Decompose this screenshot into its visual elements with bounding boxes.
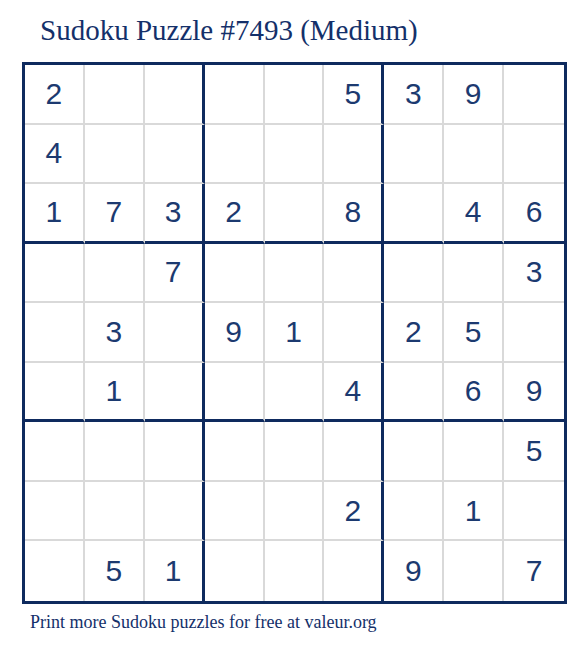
cell-r8c7[interactable] bbox=[384, 482, 444, 542]
cell-r5c2[interactable]: 3 bbox=[85, 303, 145, 363]
cell-r2c1[interactable]: 4 bbox=[25, 125, 85, 185]
cell-r4c3[interactable]: 7 bbox=[145, 244, 205, 304]
page-title: Sudoku Puzzle #7493 (Medium) bbox=[40, 14, 418, 47]
cell-r6c6[interactable]: 4 bbox=[324, 363, 384, 423]
cell-r9c3[interactable]: 1 bbox=[145, 541, 205, 601]
cell-r8c4[interactable] bbox=[205, 482, 265, 542]
cell-r6c2[interactable]: 1 bbox=[85, 363, 145, 423]
cell-r9c9[interactable]: 7 bbox=[504, 541, 564, 601]
cell-r1c8[interactable]: 9 bbox=[444, 65, 504, 125]
cell-r9c1[interactable] bbox=[25, 541, 85, 601]
cell-r2c5[interactable] bbox=[265, 125, 325, 185]
footer-text: Print more Sudoku puzzles for free at va… bbox=[30, 612, 377, 633]
cell-r3c3[interactable]: 3 bbox=[145, 184, 205, 244]
cell-r3c5[interactable] bbox=[265, 184, 325, 244]
cell-r3c7[interactable] bbox=[384, 184, 444, 244]
cell-r1c2[interactable] bbox=[85, 65, 145, 125]
cell-r4c5[interactable] bbox=[265, 244, 325, 304]
cell-r4c8[interactable] bbox=[444, 244, 504, 304]
cell-r8c6[interactable]: 2 bbox=[324, 482, 384, 542]
cell-r5c3[interactable] bbox=[145, 303, 205, 363]
cell-r2c6[interactable] bbox=[324, 125, 384, 185]
cell-r9c5[interactable] bbox=[265, 541, 325, 601]
cell-r5c9[interactable] bbox=[504, 303, 564, 363]
cell-r2c7[interactable] bbox=[384, 125, 444, 185]
cell-r5c5[interactable]: 1 bbox=[265, 303, 325, 363]
cell-r7c2[interactable] bbox=[85, 422, 145, 482]
cell-r1c1[interactable]: 2 bbox=[25, 65, 85, 125]
cell-r2c4[interactable] bbox=[205, 125, 265, 185]
cell-r5c4[interactable]: 9 bbox=[205, 303, 265, 363]
cell-r7c1[interactable] bbox=[25, 422, 85, 482]
cell-r8c2[interactable] bbox=[85, 482, 145, 542]
cell-r2c8[interactable] bbox=[444, 125, 504, 185]
cell-r4c7[interactable] bbox=[384, 244, 444, 304]
cell-r4c6[interactable] bbox=[324, 244, 384, 304]
cell-r6c8[interactable]: 6 bbox=[444, 363, 504, 423]
cell-r8c5[interactable] bbox=[265, 482, 325, 542]
cell-r1c4[interactable] bbox=[205, 65, 265, 125]
cell-r3c9[interactable]: 6 bbox=[504, 184, 564, 244]
sudoku-board: 253941732846733912514695215197 bbox=[22, 62, 567, 604]
cell-r3c4[interactable]: 2 bbox=[205, 184, 265, 244]
cell-r7c9[interactable]: 5 bbox=[504, 422, 564, 482]
cell-r7c6[interactable] bbox=[324, 422, 384, 482]
cell-r6c4[interactable] bbox=[205, 363, 265, 423]
cell-r7c4[interactable] bbox=[205, 422, 265, 482]
cell-r6c9[interactable]: 9 bbox=[504, 363, 564, 423]
cell-r2c9[interactable] bbox=[504, 125, 564, 185]
cell-r3c2[interactable]: 7 bbox=[85, 184, 145, 244]
cell-r5c7[interactable]: 2 bbox=[384, 303, 444, 363]
cell-r4c1[interactable] bbox=[25, 244, 85, 304]
cell-r2c3[interactable] bbox=[145, 125, 205, 185]
cell-r7c8[interactable] bbox=[444, 422, 504, 482]
cell-r3c8[interactable]: 4 bbox=[444, 184, 504, 244]
cell-r7c5[interactable] bbox=[265, 422, 325, 482]
cell-r6c7[interactable] bbox=[384, 363, 444, 423]
cell-r3c1[interactable]: 1 bbox=[25, 184, 85, 244]
cell-r9c6[interactable] bbox=[324, 541, 384, 601]
cell-r1c5[interactable] bbox=[265, 65, 325, 125]
cell-r9c8[interactable] bbox=[444, 541, 504, 601]
cell-r9c2[interactable]: 5 bbox=[85, 541, 145, 601]
cell-r8c1[interactable] bbox=[25, 482, 85, 542]
cell-r5c1[interactable] bbox=[25, 303, 85, 363]
cell-r6c1[interactable] bbox=[25, 363, 85, 423]
cell-r8c8[interactable]: 1 bbox=[444, 482, 504, 542]
page: Sudoku Puzzle #7493 (Medium) 25394173284… bbox=[0, 0, 574, 651]
cell-r6c3[interactable] bbox=[145, 363, 205, 423]
cell-r5c6[interactable] bbox=[324, 303, 384, 363]
cell-r1c9[interactable] bbox=[504, 65, 564, 125]
cell-r7c3[interactable] bbox=[145, 422, 205, 482]
cell-r8c3[interactable] bbox=[145, 482, 205, 542]
cell-r9c7[interactable]: 9 bbox=[384, 541, 444, 601]
cell-r2c2[interactable] bbox=[85, 125, 145, 185]
cell-r4c4[interactable] bbox=[205, 244, 265, 304]
cell-r4c9[interactable]: 3 bbox=[504, 244, 564, 304]
cell-r6c5[interactable] bbox=[265, 363, 325, 423]
cell-r8c9[interactable] bbox=[504, 482, 564, 542]
cell-r1c3[interactable] bbox=[145, 65, 205, 125]
cell-r3c6[interactable]: 8 bbox=[324, 184, 384, 244]
cell-r1c6[interactable]: 5 bbox=[324, 65, 384, 125]
cell-r4c2[interactable] bbox=[85, 244, 145, 304]
cell-r5c8[interactable]: 5 bbox=[444, 303, 504, 363]
cell-r1c7[interactable]: 3 bbox=[384, 65, 444, 125]
cell-r9c4[interactable] bbox=[205, 541, 265, 601]
cell-r7c7[interactable] bbox=[384, 422, 444, 482]
